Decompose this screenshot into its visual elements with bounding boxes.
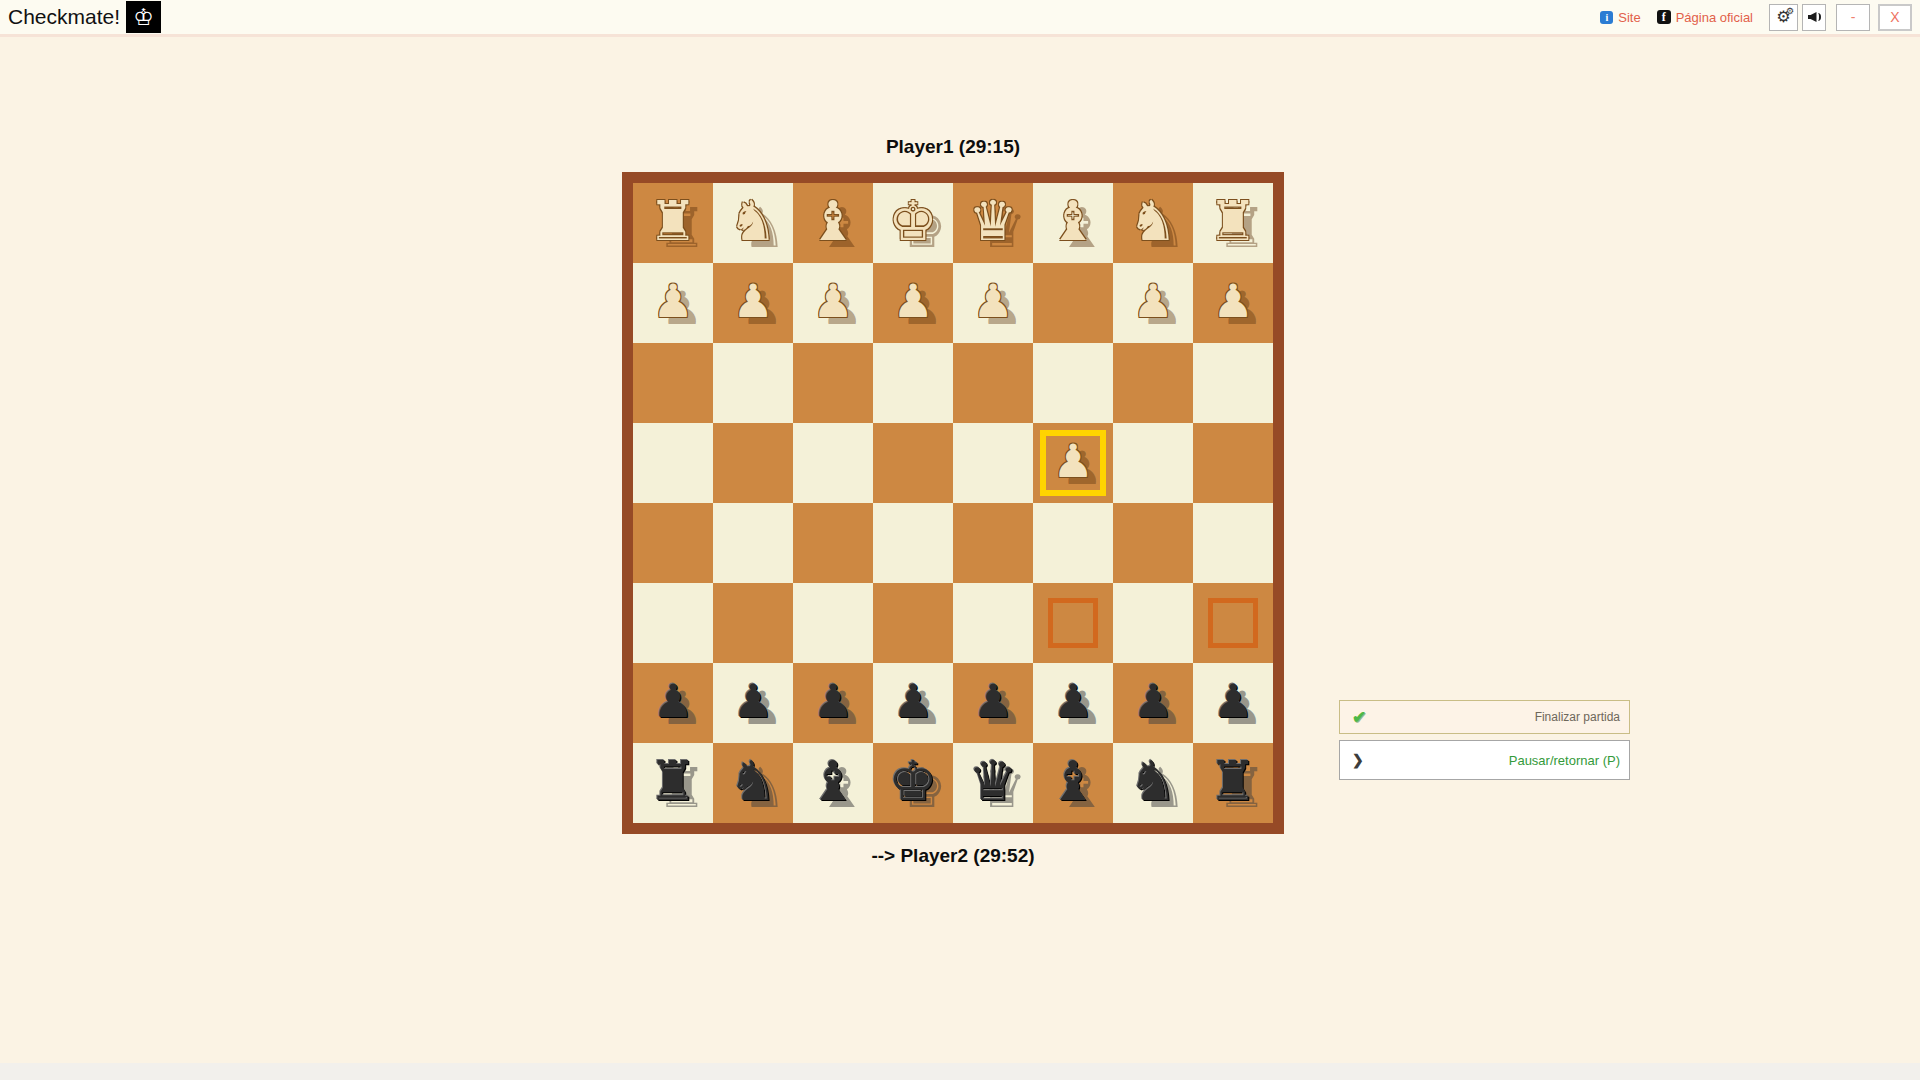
- square[interactable]: ♞: [713, 183, 793, 263]
- piece-wR[interactable]: ♜: [648, 194, 697, 249]
- piece-bB[interactable]: ♝: [1048, 754, 1097, 809]
- square[interactable]: [633, 423, 713, 503]
- square[interactable]: ♚: [873, 743, 953, 823]
- official-page-link[interactable]: f Página oficial: [1657, 10, 1753, 25]
- side-panel: ✔ Finalizar partida ❯ Pausar/retornar (P…: [1339, 700, 1630, 780]
- square[interactable]: ♝: [793, 183, 873, 263]
- square[interactable]: ♟: [953, 663, 1033, 743]
- finish-game-label: Finalizar partida: [1366, 710, 1620, 724]
- piece-bP[interactable]: ♟: [972, 678, 1013, 724]
- square[interactable]: ♜: [1193, 743, 1273, 823]
- piece-wP[interactable]: ♟: [1052, 438, 1093, 484]
- square[interactable]: [873, 503, 953, 583]
- title-bar: Checkmate! ♔ i Site f Página oficial ⚙ ⚙…: [0, 0, 1920, 37]
- settings-button[interactable]: ⚙ ⚙: [1769, 4, 1798, 31]
- check-icon: ✔: [1352, 707, 1366, 728]
- finish-game-button[interactable]: ✔ Finalizar partida: [1339, 700, 1630, 734]
- piece-bR[interactable]: ♜: [1208, 754, 1257, 809]
- piece-wP[interactable]: ♟: [1132, 278, 1173, 324]
- square[interactable]: ♟: [1193, 663, 1273, 743]
- piece-bP[interactable]: ♟: [652, 678, 693, 724]
- piece-bR[interactable]: ♜: [648, 754, 697, 809]
- bottom-strip: [0, 1063, 1920, 1080]
- square[interactable]: ♟: [1193, 263, 1273, 343]
- square[interactable]: ♞: [1113, 183, 1193, 263]
- piece-bP[interactable]: ♟: [1052, 678, 1093, 724]
- piece-wN[interactable]: ♞: [1128, 194, 1177, 249]
- square[interactable]: ♛: [953, 743, 1033, 823]
- square[interactable]: [1193, 583, 1273, 663]
- close-button[interactable]: X: [1878, 4, 1912, 31]
- piece-wB[interactable]: ♝: [1048, 194, 1097, 249]
- piece-wP[interactable]: ♟: [652, 278, 693, 324]
- piece-bN[interactable]: ♞: [728, 754, 777, 809]
- square[interactable]: [873, 423, 953, 503]
- square[interactable]: ♟: [1113, 263, 1193, 343]
- square[interactable]: ♟: [1113, 663, 1193, 743]
- square[interactable]: ♟: [873, 663, 953, 743]
- piece-bK[interactable]: ♚: [888, 754, 937, 809]
- square[interactable]: [1033, 263, 1113, 343]
- titlebar-right-controls: i Site f Página oficial ⚙ ⚙ - X: [1600, 0, 1912, 34]
- square[interactable]: [793, 503, 873, 583]
- square[interactable]: [873, 583, 953, 663]
- square[interactable]: ♟: [1033, 663, 1113, 743]
- square[interactable]: [713, 503, 793, 583]
- square[interactable]: [1193, 423, 1273, 503]
- square[interactable]: ♛: [953, 183, 1033, 263]
- piece-bB[interactable]: ♝: [808, 754, 857, 809]
- piece-bP[interactable]: ♟: [892, 678, 933, 724]
- piece-wP[interactable]: ♟: [1212, 278, 1253, 324]
- square[interactable]: [953, 503, 1033, 583]
- square[interactable]: [1193, 343, 1273, 423]
- square[interactable]: [713, 423, 793, 503]
- piece-bQ[interactable]: ♛: [968, 754, 1017, 809]
- square[interactable]: ♝: [793, 743, 873, 823]
- square[interactable]: ♞: [713, 743, 793, 823]
- square[interactable]: ♟: [713, 263, 793, 343]
- square[interactable]: ♝: [1033, 183, 1113, 263]
- piece-bP[interactable]: ♟: [1132, 678, 1173, 724]
- pause-resume-label: Pausar/retornar (P): [1364, 753, 1620, 768]
- app-king-icon: ♔: [126, 1, 161, 33]
- piece-wN[interactable]: ♞: [728, 194, 777, 249]
- square[interactable]: ♝: [1033, 743, 1113, 823]
- sound-button[interactable]: [1802, 4, 1826, 31]
- square[interactable]: ♟: [633, 663, 713, 743]
- piece-wP[interactable]: ♟: [732, 278, 773, 324]
- speaker-icon: [1808, 11, 1821, 23]
- square[interactable]: [1113, 583, 1193, 663]
- small-gear-icon: ⚙: [1786, 7, 1794, 16]
- square[interactable]: ♜: [1193, 183, 1273, 263]
- square[interactable]: [953, 423, 1033, 503]
- app-title: Checkmate!: [8, 5, 120, 29]
- piece-wB[interactable]: ♝: [808, 194, 857, 249]
- square[interactable]: [953, 583, 1033, 663]
- facebook-icon: f: [1657, 10, 1671, 24]
- chess-board: ♜♞♝♚♛♝♞♜♟♟♟♟♟♟♟♟♟♟♟♟♟♟♟♟♜♞♝♚♛♝♞♜: [633, 183, 1273, 823]
- square[interactable]: [793, 583, 873, 663]
- square[interactable]: ♟: [793, 663, 873, 743]
- player2-clock-label: --> Player2 (29:52): [622, 845, 1284, 867]
- square[interactable]: [633, 343, 713, 423]
- square[interactable]: [873, 343, 953, 423]
- square[interactable]: ♚: [873, 183, 953, 263]
- piece-wP[interactable]: ♟: [892, 278, 933, 324]
- square[interactable]: [953, 343, 1033, 423]
- site-link[interactable]: i Site: [1600, 10, 1640, 25]
- square[interactable]: ♜: [633, 183, 713, 263]
- square[interactable]: ♞: [1113, 743, 1193, 823]
- square[interactable]: ♟: [873, 263, 953, 343]
- info-icon: i: [1600, 11, 1613, 24]
- square[interactable]: [1033, 343, 1113, 423]
- square[interactable]: ♟: [1033, 423, 1113, 503]
- square[interactable]: [633, 583, 713, 663]
- square[interactable]: ♟: [633, 263, 713, 343]
- piece-bP[interactable]: ♟: [1212, 678, 1253, 724]
- square[interactable]: [1033, 503, 1113, 583]
- piece-bN[interactable]: ♞: [1128, 754, 1177, 809]
- square[interactable]: [1113, 343, 1193, 423]
- official-page-label: Página oficial: [1676, 10, 1753, 25]
- board-frame: ♜♞♝♚♛♝♞♜♟♟♟♟♟♟♟♟♟♟♟♟♟♟♟♟♜♞♝♚♛♝♞♜: [622, 172, 1284, 834]
- square[interactable]: [713, 583, 793, 663]
- square[interactable]: ♟: [713, 663, 793, 743]
- piece-wK[interactable]: ♚: [888, 194, 937, 249]
- square[interactable]: [793, 423, 873, 503]
- site-link-label: Site: [1618, 10, 1640, 25]
- square[interactable]: ♟: [793, 263, 873, 343]
- square[interactable]: [633, 503, 713, 583]
- piece-wP[interactable]: ♟: [972, 278, 1013, 324]
- piece-wR[interactable]: ♜: [1208, 194, 1257, 249]
- square[interactable]: [713, 343, 793, 423]
- square[interactable]: [1193, 503, 1273, 583]
- square[interactable]: [1033, 583, 1113, 663]
- square[interactable]: [793, 343, 873, 423]
- pause-resume-button[interactable]: ❯ Pausar/retornar (P): [1339, 740, 1630, 780]
- chevron-right-icon: ❯: [1352, 752, 1364, 768]
- piece-wQ[interactable]: ♛: [968, 194, 1017, 249]
- square[interactable]: [1113, 423, 1193, 503]
- player1-clock-label: Player1 (29:15): [622, 136, 1284, 158]
- piece-wP[interactable]: ♟: [812, 278, 853, 324]
- minimize-button[interactable]: -: [1836, 4, 1870, 31]
- square[interactable]: ♜: [633, 743, 713, 823]
- piece-bP[interactable]: ♟: [732, 678, 773, 724]
- square[interactable]: [1113, 503, 1193, 583]
- piece-bP[interactable]: ♟: [812, 678, 853, 724]
- square[interactable]: ♟: [953, 263, 1033, 343]
